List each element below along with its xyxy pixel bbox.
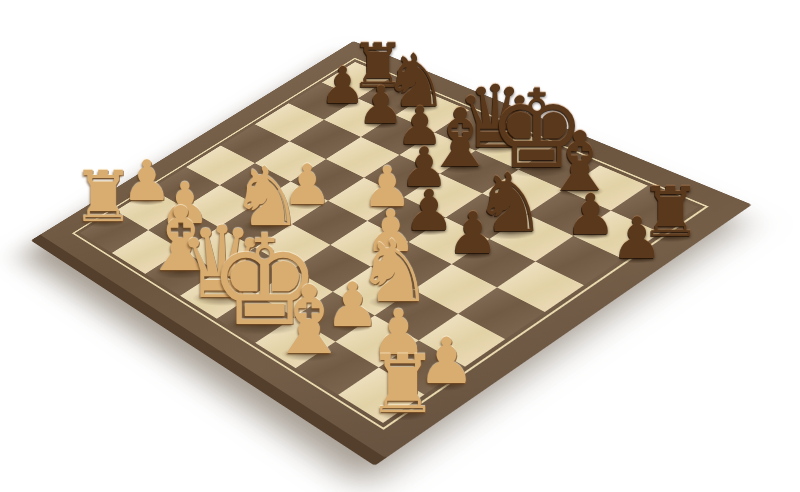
- photo-stage: ♜♟♟♝♞♟♛♟♚♟♝♟♞♟♜♟♜♟♞♟♟♛♝♟♚♟♝♟♞♟♜♟: [0, 0, 800, 492]
- board-grid: [80, 62, 698, 423]
- chess-board-frame: [40, 41, 752, 458]
